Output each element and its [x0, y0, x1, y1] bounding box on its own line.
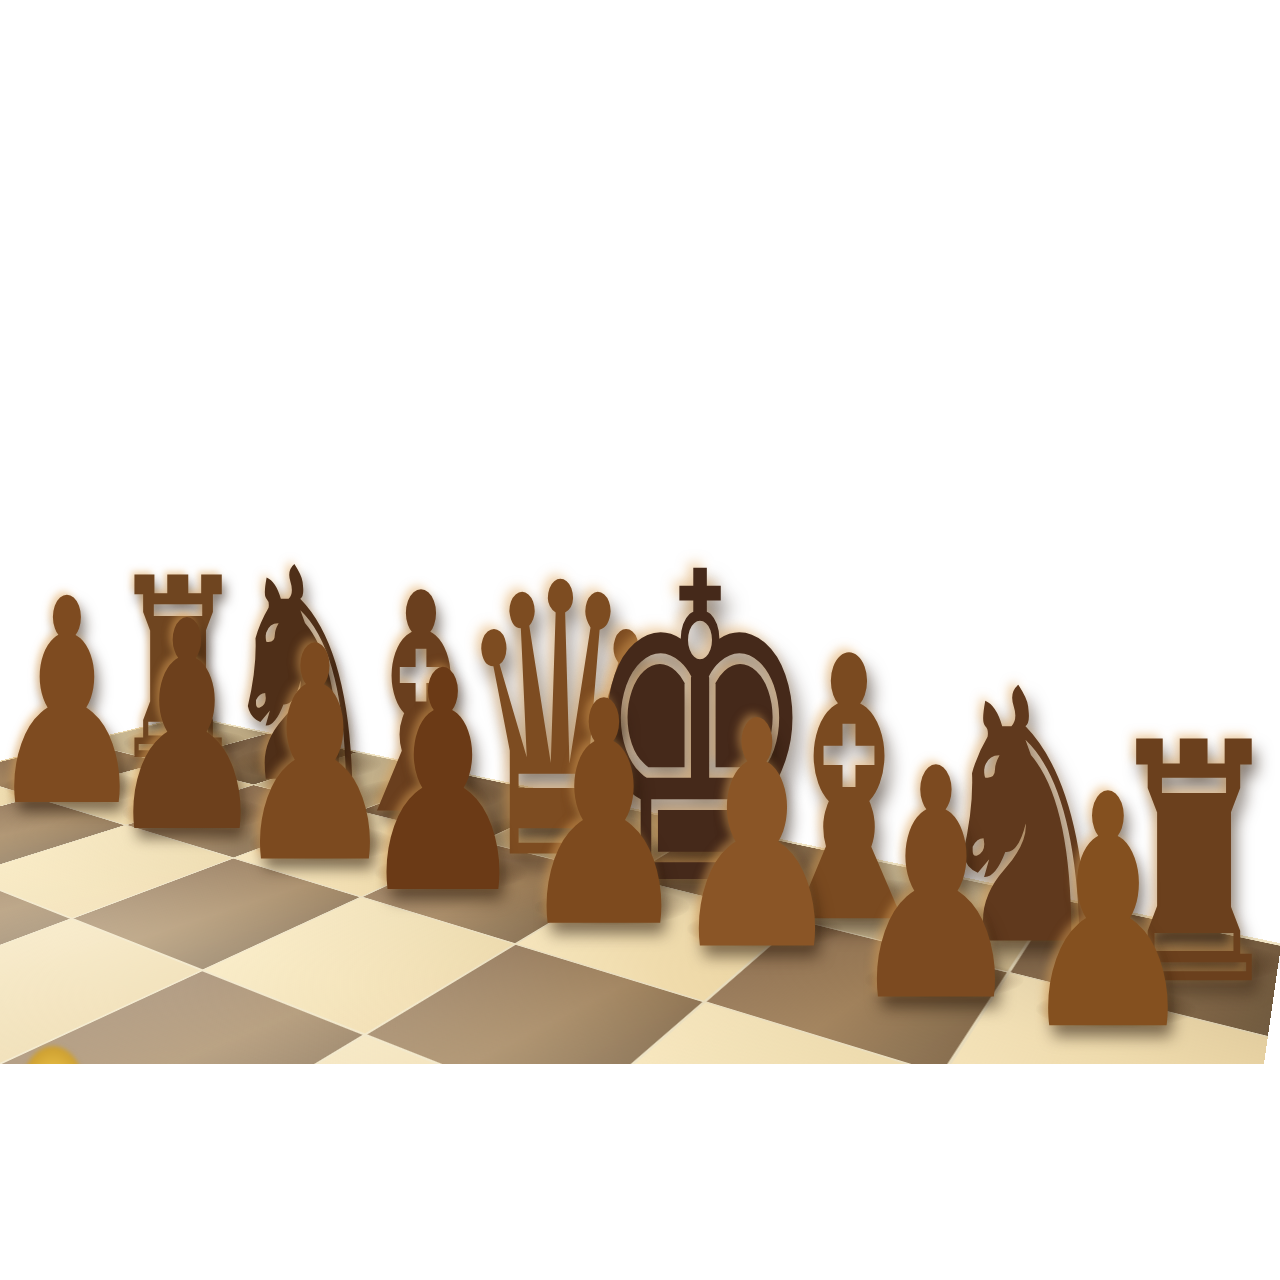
pawn-f7: ♟	[670, 680, 844, 993]
pawn-h7: ♟	[1019, 753, 1198, 1075]
pawn-d7: ♟	[359, 632, 528, 936]
product-photo-stage: ♜♞♝♛♚♝♞♜♟♟♟♟♟♟♟♟	[0, 0, 1280, 1280]
pawn-g7: ♟	[848, 727, 1025, 1045]
pawn-e7: ♟	[518, 662, 690, 971]
bottom-white-mask	[0, 1064, 1280, 1280]
